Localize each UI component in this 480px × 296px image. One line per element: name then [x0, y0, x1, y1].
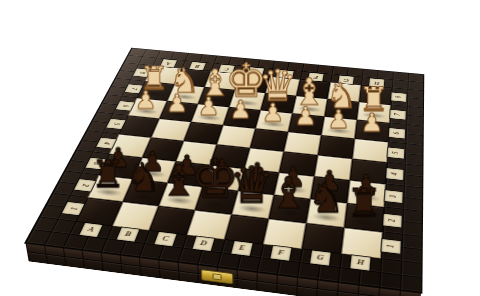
perspective-stage: AABBCCDDEEFFGGHH1122334455667788 ♜♞♝♚♛♝♞… — [0, 0, 480, 296]
file-label-top-c: C — [218, 65, 234, 74]
file-label-top-b: B — [189, 62, 206, 70]
file-label-top-e: E — [278, 70, 294, 79]
file-label-top-g: G — [338, 75, 353, 84]
file-label-top-f: F — [308, 73, 324, 82]
rank-label-right-8: 8 — [391, 92, 406, 101]
chessboard: AABBCCDDEEFFGGHH1122334455667788 ♜♞♝♚♛♝♞… — [25, 48, 423, 292]
rank-label-right-7: 7 — [390, 110, 406, 120]
file-label-top-h: H — [369, 78, 384, 87]
rook-glyph: ♜ — [331, 184, 398, 223]
file-label-top-d: D — [248, 67, 264, 76]
chess-set-product-photo: AABBCCDDEEFFGGHH1122334455667788 ♜♞♝♚♛♝♞… — [0, 0, 480, 296]
brass-latch-icon — [201, 269, 233, 284]
rank-label-right-6: 6 — [389, 128, 405, 139]
